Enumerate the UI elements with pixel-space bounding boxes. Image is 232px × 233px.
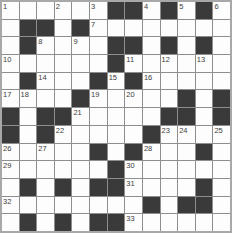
block-cell-r0c9 xyxy=(161,2,178,19)
cell-r1c6[interactable] xyxy=(108,20,125,37)
block-cell-r2c6 xyxy=(108,37,125,54)
block-cell-r10c6 xyxy=(108,179,125,196)
cell-r0c1[interactable] xyxy=(20,2,37,19)
cell-r9c9[interactable] xyxy=(161,161,178,178)
cell-r3c11[interactable]: 13 xyxy=(196,55,213,72)
cell-r12c0[interactable] xyxy=(2,214,19,231)
clue-number-32: 32 xyxy=(3,197,11,206)
cell-r1c3[interactable] xyxy=(55,20,72,37)
clue-number-18: 18 xyxy=(21,90,29,99)
clue-number-17: 17 xyxy=(3,90,11,99)
cell-r9c11[interactable] xyxy=(196,161,213,178)
cell-r12c8[interactable] xyxy=(143,214,160,231)
cell-r0c10[interactable]: 5 xyxy=(178,2,195,19)
cell-r3c3[interactable] xyxy=(55,55,72,72)
block-cell-r12c6 xyxy=(108,214,125,231)
clue-number-1: 1 xyxy=(3,2,7,11)
cell-r3c8[interactable] xyxy=(143,55,160,72)
cell-r8c1[interactable] xyxy=(20,144,37,161)
cell-r5c2[interactable] xyxy=(37,90,54,107)
block-cell-r0c11 xyxy=(196,2,213,19)
cell-r11c7[interactable] xyxy=(125,197,142,214)
clue-number-4: 4 xyxy=(144,2,148,11)
cell-r4c11[interactable] xyxy=(196,73,213,90)
cell-r11c9[interactable] xyxy=(161,197,178,214)
block-cell-r7c2 xyxy=(37,126,54,143)
cell-r5c8[interactable] xyxy=(143,90,160,107)
cell-r5c11[interactable] xyxy=(196,90,213,107)
cell-r2c5[interactable] xyxy=(90,37,107,54)
cell-r0c2[interactable] xyxy=(37,2,54,19)
cell-r11c4[interactable] xyxy=(72,197,89,214)
cell-r9c12[interactable] xyxy=(213,161,230,178)
cell-r8c4[interactable] xyxy=(72,144,89,161)
cell-r2c12[interactable] xyxy=(213,37,230,54)
clue-number-5: 5 xyxy=(179,2,183,11)
cell-r10c8[interactable] xyxy=(143,179,160,196)
block-cell-r11c8 xyxy=(143,197,160,214)
clue-number-28: 28 xyxy=(144,144,152,153)
crossword-grid: 1234567891011121314151617181920212223242… xyxy=(0,0,232,233)
block-cell-r7c8 xyxy=(143,126,160,143)
cell-r1c5[interactable]: 7 xyxy=(90,20,107,37)
cell-r2c0[interactable] xyxy=(2,37,19,54)
block-cell-r3c6 xyxy=(108,55,125,72)
cell-r4c4[interactable] xyxy=(72,73,89,90)
cell-r8c2[interactable]: 27 xyxy=(37,144,54,161)
block-cell-r12c1 xyxy=(20,214,37,231)
clue-number-11: 11 xyxy=(126,55,134,64)
cell-r6c7[interactable] xyxy=(125,108,142,125)
block-cell-r2c9 xyxy=(161,37,178,54)
block-cell-r10c3 xyxy=(55,179,72,196)
cell-r9c7[interactable]: 30 xyxy=(125,161,142,178)
cell-r2c4[interactable]: 9 xyxy=(72,37,89,54)
cell-r10c0[interactable] xyxy=(2,179,19,196)
cell-r10c12[interactable] xyxy=(213,179,230,196)
cell-r1c8[interactable] xyxy=(143,20,160,37)
cell-r0c0[interactable]: 1 xyxy=(2,2,19,19)
cell-r0c8[interactable]: 4 xyxy=(143,2,160,19)
block-cell-r6c12 xyxy=(213,108,230,125)
block-cell-r0c7 xyxy=(125,2,142,19)
cell-r12c10[interactable] xyxy=(178,214,195,231)
cell-r9c4[interactable] xyxy=(72,161,89,178)
cell-r6c4[interactable]: 21 xyxy=(72,108,89,125)
cell-r4c6[interactable]: 15 xyxy=(108,73,125,90)
cell-r9c2[interactable] xyxy=(37,161,54,178)
cell-r3c4[interactable] xyxy=(72,55,89,72)
block-cell-r11c11 xyxy=(196,197,213,214)
cell-r3c7[interactable]: 11 xyxy=(125,55,142,72)
cell-r5c6[interactable] xyxy=(108,90,125,107)
cell-r12c4[interactable] xyxy=(72,214,89,231)
block-cell-r6c2 xyxy=(37,108,54,125)
clue-number-29: 29 xyxy=(3,161,11,170)
cell-r3c10[interactable] xyxy=(178,55,195,72)
block-cell-r11c10 xyxy=(178,197,195,214)
block-cell-r9c6 xyxy=(108,161,125,178)
block-cell-r4c7 xyxy=(125,73,142,90)
cell-r11c5[interactable] xyxy=(90,197,107,214)
clue-number-10: 10 xyxy=(3,55,11,64)
cell-r12c11[interactable] xyxy=(196,214,213,231)
cell-r5c5[interactable]: 19 xyxy=(90,90,107,107)
cell-r12c9[interactable] xyxy=(161,214,178,231)
cell-r11c6[interactable] xyxy=(108,197,125,214)
cell-r4c12[interactable] xyxy=(213,73,230,90)
cell-r7c6[interactable] xyxy=(108,126,125,143)
cell-r8c0[interactable]: 26 xyxy=(2,144,19,161)
cell-r7c7[interactable] xyxy=(125,126,142,143)
cell-r5c0[interactable]: 17 xyxy=(2,90,19,107)
cell-r7c11[interactable] xyxy=(196,126,213,143)
block-cell-r4c1 xyxy=(20,73,37,90)
cell-r4c9[interactable] xyxy=(161,73,178,90)
block-cell-r6c10 xyxy=(178,108,195,125)
cell-r7c5[interactable] xyxy=(90,126,107,143)
clue-number-3: 3 xyxy=(91,2,95,11)
clue-number-8: 8 xyxy=(38,37,42,46)
clue-number-9: 9 xyxy=(73,37,77,46)
cell-r1c10[interactable] xyxy=(178,20,195,37)
cell-r0c3[interactable]: 2 xyxy=(55,2,72,19)
cell-r4c2[interactable]: 14 xyxy=(37,73,54,90)
cell-r10c4[interactable] xyxy=(72,179,89,196)
block-cell-r1c4 xyxy=(72,20,89,37)
block-cell-r6c3 xyxy=(55,108,72,125)
cell-r6c5[interactable] xyxy=(90,108,107,125)
cell-r0c12[interactable]: 6 xyxy=(213,2,230,19)
cell-r5c9[interactable] xyxy=(161,90,178,107)
block-cell-r2c1 xyxy=(20,37,37,54)
cell-r9c10[interactable] xyxy=(178,161,195,178)
cell-r9c1[interactable] xyxy=(20,161,37,178)
block-cell-r6c0 xyxy=(2,108,19,125)
block-cell-r5c4 xyxy=(72,90,89,107)
cell-r3c12[interactable] xyxy=(213,55,230,72)
cell-r6c1[interactable] xyxy=(20,108,37,125)
cell-r11c1[interactable] xyxy=(20,197,37,214)
cell-r8c8[interactable]: 28 xyxy=(143,144,160,161)
block-cell-r1c2 xyxy=(37,20,54,37)
block-cell-r8c5 xyxy=(90,144,107,161)
clue-number-21: 21 xyxy=(73,108,81,117)
cell-r5c3[interactable] xyxy=(55,90,72,107)
cell-r1c12[interactable] xyxy=(213,20,230,37)
clue-number-23: 23 xyxy=(162,126,170,135)
block-cell-r8c11 xyxy=(196,144,213,161)
cell-r7c4[interactable] xyxy=(72,126,89,143)
cell-r5c7[interactable]: 20 xyxy=(125,90,142,107)
cell-r12c12[interactable] xyxy=(213,214,230,231)
cell-r7c1[interactable] xyxy=(20,126,37,143)
cell-r8c12[interactable] xyxy=(213,144,230,161)
cell-r8c6[interactable] xyxy=(108,144,125,161)
clue-number-33: 33 xyxy=(126,214,134,223)
block-cell-r1c1 xyxy=(20,20,37,37)
clue-number-14: 14 xyxy=(38,73,46,82)
clue-number-30: 30 xyxy=(126,161,134,170)
block-cell-r7c0 xyxy=(2,126,19,143)
clue-number-2: 2 xyxy=(56,2,60,11)
cell-r8c10[interactable] xyxy=(178,144,195,161)
cell-r0c4[interactable] xyxy=(72,2,89,19)
cell-r6c11[interactable] xyxy=(196,108,213,125)
cell-r7c9[interactable]: 23 xyxy=(161,126,178,143)
block-cell-r5c12 xyxy=(213,90,230,107)
cell-r8c3[interactable] xyxy=(55,144,72,161)
cell-r1c0[interactable] xyxy=(2,20,19,37)
cell-r9c5[interactable] xyxy=(90,161,107,178)
cell-r3c5[interactable] xyxy=(90,55,107,72)
block-cell-r12c3 xyxy=(55,214,72,231)
cell-r2c10[interactable] xyxy=(178,37,195,54)
cell-r7c10[interactable]: 24 xyxy=(178,126,195,143)
cell-r12c7[interactable]: 33 xyxy=(125,214,142,231)
block-cell-r10c1 xyxy=(20,179,37,196)
cell-r10c2[interactable] xyxy=(37,179,54,196)
clue-number-6: 6 xyxy=(214,2,218,11)
clue-number-13: 13 xyxy=(197,55,205,64)
block-cell-r2c7 xyxy=(125,37,142,54)
cell-r11c12[interactable] xyxy=(213,197,230,214)
clue-number-24: 24 xyxy=(179,126,187,135)
clue-number-25: 25 xyxy=(214,126,222,135)
block-cell-r12c5 xyxy=(90,214,107,231)
cell-r11c2[interactable] xyxy=(37,197,54,214)
clue-number-22: 22 xyxy=(56,126,64,135)
cell-r7c3[interactable]: 22 xyxy=(55,126,72,143)
block-cell-r5c10 xyxy=(178,90,195,107)
cell-r1c11[interactable] xyxy=(196,20,213,37)
cell-r5c1[interactable]: 18 xyxy=(20,90,37,107)
cell-r10c7[interactable]: 31 xyxy=(125,179,142,196)
cell-r2c3[interactable] xyxy=(55,37,72,54)
clue-number-15: 15 xyxy=(109,73,117,82)
cell-r4c10[interactable] xyxy=(178,73,195,90)
block-cell-r8c7 xyxy=(125,144,142,161)
cell-r2c8[interactable] xyxy=(143,37,160,54)
cell-r1c7[interactable] xyxy=(125,20,142,37)
block-cell-r2c11 xyxy=(196,37,213,54)
clue-number-27: 27 xyxy=(38,144,46,153)
cell-r6c8[interactable] xyxy=(143,108,160,125)
cell-r9c8[interactable] xyxy=(143,161,160,178)
block-cell-r4c5 xyxy=(90,73,107,90)
cell-r11c0[interactable]: 32 xyxy=(2,197,19,214)
cell-r2c2[interactable]: 8 xyxy=(37,37,54,54)
cell-r12c2[interactable] xyxy=(37,214,54,231)
cell-r0c5[interactable]: 3 xyxy=(90,2,107,19)
cell-r9c0[interactable]: 29 xyxy=(2,161,19,178)
clue-number-20: 20 xyxy=(126,90,134,99)
clue-number-7: 7 xyxy=(91,20,95,29)
clue-number-31: 31 xyxy=(126,179,134,188)
block-cell-r6c9 xyxy=(161,108,178,125)
cell-r4c8[interactable]: 16 xyxy=(143,73,160,90)
block-cell-r0c6 xyxy=(108,2,125,19)
clue-number-16: 16 xyxy=(144,73,152,82)
cell-r3c0[interactable]: 10 xyxy=(2,55,19,72)
cell-r3c1[interactable] xyxy=(20,55,37,72)
clue-number-26: 26 xyxy=(3,144,11,153)
cell-r9c3[interactable] xyxy=(55,161,72,178)
cell-r10c9[interactable] xyxy=(161,179,178,196)
cell-r4c0[interactable] xyxy=(2,73,19,90)
block-cell-r10c11 xyxy=(196,179,213,196)
cell-r3c2[interactable] xyxy=(37,55,54,72)
cell-r3c9[interactable]: 12 xyxy=(161,55,178,72)
cell-r4c3[interactable] xyxy=(55,73,72,90)
cell-r8c9[interactable] xyxy=(161,144,178,161)
block-cell-r10c5 xyxy=(90,179,107,196)
crossword-puzzle: 1234567891011121314151617181920212223242… xyxy=(0,0,232,233)
clue-number-19: 19 xyxy=(91,90,99,99)
cell-r10c10[interactable] xyxy=(178,179,195,196)
cell-r1c9[interactable] xyxy=(161,20,178,37)
cell-r7c12[interactable]: 25 xyxy=(213,126,230,143)
cell-r6c6[interactable] xyxy=(108,108,125,125)
cell-r11c3[interactable] xyxy=(55,197,72,214)
clue-number-12: 12 xyxy=(162,55,170,64)
